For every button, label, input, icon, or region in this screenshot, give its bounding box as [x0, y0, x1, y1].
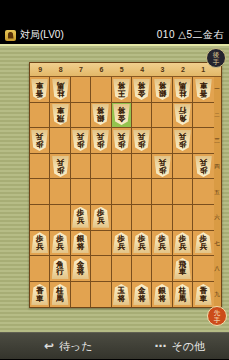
- square-58[interactable]: [112, 256, 132, 282]
- piece-sente-49[interactable]: 金将: [133, 284, 150, 305]
- square-86[interactable]: [50, 205, 70, 231]
- square-43[interactable]: 歩兵: [132, 128, 152, 154]
- square-81[interactable]: 桂馬: [50, 77, 70, 103]
- rank-label-2: 二: [214, 103, 221, 129]
- square-65[interactable]: [91, 179, 111, 205]
- square-36[interactable]: [152, 205, 172, 231]
- square-23[interactable]: 歩兵: [173, 128, 193, 154]
- square-84[interactable]: 歩兵: [50, 154, 70, 180]
- rank-label-3: 三: [214, 128, 221, 154]
- piece-sente-89[interactable]: 桂馬: [52, 284, 69, 305]
- square-17[interactable]: 歩兵: [193, 231, 213, 257]
- square-11[interactable]: 香車: [193, 77, 213, 103]
- piece-sente-88[interactable]: 角行: [52, 258, 69, 279]
- square-39[interactable]: 銀将: [152, 282, 172, 308]
- piece-gote-31[interactable]: 銀将: [154, 79, 171, 100]
- tatami-background: 後手 先手 987654321 香車桂馬王将金将銀将桂馬香車飛車銀将金将角行歩兵…: [0, 44, 229, 332]
- square-24[interactable]: [173, 154, 193, 180]
- piece-gote-63[interactable]: 歩兵: [92, 130, 109, 151]
- undo-button[interactable]: ↩ 待った: [44, 339, 93, 354]
- piece-sente-57[interactable]: 歩兵: [113, 232, 130, 253]
- file-label-3: 3: [152, 63, 172, 76]
- file-label-5: 5: [112, 63, 132, 76]
- square-97[interactable]: 歩兵: [30, 231, 50, 257]
- square-38[interactable]: [152, 256, 172, 282]
- square-79[interactable]: [71, 282, 91, 308]
- square-66[interactable]: 歩兵: [91, 205, 111, 231]
- square-19[interactable]: 香車: [193, 282, 213, 308]
- piece-gote-53[interactable]: 歩兵: [113, 130, 130, 151]
- square-34[interactable]: 歩兵: [152, 154, 172, 180]
- square-55[interactable]: [112, 179, 132, 205]
- square-16[interactable]: [193, 205, 213, 231]
- square-59[interactable]: 玉将: [112, 282, 132, 308]
- square-88[interactable]: 角行: [50, 256, 70, 282]
- square-45[interactable]: [132, 179, 152, 205]
- square-85[interactable]: [50, 179, 70, 205]
- square-54[interactable]: [112, 154, 132, 180]
- rank-label-1: 一: [214, 77, 221, 103]
- piece-sente-78[interactable]: 金将: [72, 258, 89, 279]
- rank-label-6: 六: [214, 205, 221, 231]
- square-37[interactable]: 歩兵: [152, 231, 172, 257]
- square-13[interactable]: [193, 128, 213, 154]
- title-bar: 対局(LV0) 010 △5二金右: [0, 26, 229, 44]
- square-42[interactable]: [132, 103, 152, 129]
- square-35[interactable]: [152, 179, 172, 205]
- square-96[interactable]: [30, 205, 50, 231]
- square-31[interactable]: 銀将: [152, 77, 172, 103]
- square-26[interactable]: [173, 205, 193, 231]
- piece-gote-82[interactable]: 飛車: [52, 104, 69, 125]
- piece-sente-28[interactable]: 飛車: [174, 258, 191, 279]
- square-32[interactable]: [152, 103, 172, 129]
- gote-player-badge: 後手: [206, 48, 226, 68]
- rank-label-5: 五: [214, 179, 221, 205]
- board-grid[interactable]: 香車桂馬王将金将銀将桂馬香車飛車銀将金将角行歩兵歩兵歩兵歩兵歩兵歩兵歩兵歩兵歩兵…: [30, 77, 214, 307]
- square-25[interactable]: [173, 179, 193, 205]
- square-75[interactable]: [71, 179, 91, 205]
- piece-sente-66[interactable]: 歩兵: [92, 207, 109, 228]
- square-98[interactable]: [30, 256, 50, 282]
- bottom-toolbar: ↩ 待った ⋯ その他: [0, 332, 229, 359]
- piece-gote-51[interactable]: 王将: [113, 79, 130, 100]
- square-61[interactable]: [91, 77, 111, 103]
- piece-gote-81[interactable]: 桂馬: [52, 79, 69, 100]
- square-52[interactable]: 金将: [112, 103, 132, 129]
- square-62[interactable]: 銀将: [91, 103, 111, 129]
- piece-sente-17[interactable]: 歩兵: [195, 232, 212, 253]
- piece-gote-84[interactable]: 歩兵: [52, 156, 69, 177]
- square-27[interactable]: 歩兵: [173, 231, 193, 257]
- square-67[interactable]: [91, 231, 111, 257]
- square-29[interactable]: 桂馬: [173, 282, 193, 308]
- square-15[interactable]: [193, 179, 213, 205]
- file-label-4: 4: [132, 63, 152, 76]
- square-53[interactable]: 歩兵: [112, 128, 132, 154]
- square-69[interactable]: [91, 282, 111, 308]
- piece-gote-11[interactable]: 香車: [195, 79, 212, 100]
- square-76[interactable]: 歩兵: [71, 205, 91, 231]
- piece-sente-47[interactable]: 歩兵: [133, 232, 150, 253]
- square-56[interactable]: [112, 205, 132, 231]
- square-99[interactable]: 香車: [30, 282, 50, 308]
- file-label-2: 2: [173, 63, 193, 76]
- square-82[interactable]: 飛車: [50, 103, 70, 129]
- piece-gote-22[interactable]: 角行: [174, 104, 191, 125]
- square-91[interactable]: 香車: [30, 77, 50, 103]
- more-icon: ⋯: [155, 339, 167, 353]
- piece-gote-52[interactable]: 金将: [113, 104, 130, 125]
- square-33[interactable]: [152, 128, 172, 154]
- rank-labels: 一二三四五六七八九: [214, 77, 221, 307]
- piece-sente-59[interactable]: 玉将: [113, 284, 130, 305]
- square-77[interactable]: 銀将: [71, 231, 91, 257]
- square-57[interactable]: 歩兵: [112, 231, 132, 257]
- piece-sente-87[interactable]: 歩兵: [52, 232, 69, 253]
- file-label-9: 9: [30, 63, 50, 76]
- square-73[interactable]: 歩兵: [71, 128, 91, 154]
- square-68[interactable]: [91, 256, 111, 282]
- file-label-6: 6: [91, 63, 111, 76]
- square-87[interactable]: 歩兵: [50, 231, 70, 257]
- square-18[interactable]: [193, 256, 213, 282]
- square-92[interactable]: [30, 103, 50, 129]
- piece-sente-76[interactable]: 歩兵: [72, 207, 89, 228]
- more-options-button[interactable]: ⋯ その他: [155, 339, 206, 354]
- rank-label-9: 九: [214, 282, 221, 308]
- rank-label-7: 七: [214, 231, 221, 257]
- piece-gote-91[interactable]: 香車: [31, 79, 48, 100]
- square-64[interactable]: [91, 154, 111, 180]
- square-89[interactable]: 桂馬: [50, 282, 70, 308]
- shogi-app-screen: 対局(LV0) 010 △5二金右 後手 先手 987654321 香車桂馬王将…: [0, 0, 229, 360]
- rank-label-4: 四: [214, 154, 221, 180]
- square-72[interactable]: [71, 103, 91, 129]
- piece-sente-19[interactable]: 香車: [195, 284, 212, 305]
- square-93[interactable]: 歩兵: [30, 128, 50, 154]
- square-47[interactable]: 歩兵: [132, 231, 152, 257]
- piece-gote-14[interactable]: 歩兵: [195, 156, 212, 177]
- piece-sente-97[interactable]: 歩兵: [31, 232, 48, 253]
- square-21[interactable]: 桂馬: [173, 77, 193, 103]
- piece-gote-93[interactable]: 歩兵: [31, 130, 48, 151]
- piece-gote-34[interactable]: 歩兵: [154, 156, 171, 177]
- app-title: 対局(LV0): [20, 28, 64, 42]
- piece-sente-29[interactable]: 桂馬: [174, 284, 191, 305]
- square-28[interactable]: 飛車: [173, 256, 193, 282]
- file-label-7: 7: [71, 63, 91, 76]
- piece-sente-27[interactable]: 歩兵: [174, 232, 191, 253]
- square-74[interactable]: [71, 154, 91, 180]
- square-14[interactable]: 歩兵: [193, 154, 213, 180]
- undo-icon: ↩: [44, 339, 54, 353]
- piece-gote-21[interactable]: 桂馬: [174, 79, 191, 100]
- move-counter-display: 010 △5二金右: [157, 28, 224, 42]
- more-label: その他: [172, 339, 206, 354]
- app-icon: [5, 30, 16, 41]
- file-label-8: 8: [50, 63, 70, 76]
- square-22[interactable]: 角行: [173, 103, 193, 129]
- square-48[interactable]: [132, 256, 152, 282]
- square-83[interactable]: [50, 128, 70, 154]
- piece-sente-37[interactable]: 歩兵: [154, 232, 171, 253]
- rank-label-8: 八: [214, 256, 221, 282]
- piece-gote-73[interactable]: 歩兵: [72, 130, 89, 151]
- piece-sente-77[interactable]: 銀将: [72, 232, 89, 253]
- square-49[interactable]: 金将: [132, 282, 152, 308]
- square-71[interactable]: [71, 77, 91, 103]
- square-41[interactable]: 金将: [132, 77, 152, 103]
- square-51[interactable]: 王将: [112, 77, 132, 103]
- square-94[interactable]: [30, 154, 50, 180]
- square-95[interactable]: [30, 179, 50, 205]
- shogi-board[interactable]: 987654321 香車桂馬王将金将銀将桂馬香車飛車銀将金将角行歩兵歩兵歩兵歩兵…: [29, 62, 222, 308]
- sente-player-badge: 先手: [207, 306, 227, 326]
- square-12[interactable]: [193, 103, 213, 129]
- piece-gote-62[interactable]: 銀将: [92, 104, 109, 125]
- piece-sente-39[interactable]: 銀将: [154, 284, 171, 305]
- square-78[interactable]: 金将: [71, 256, 91, 282]
- piece-gote-23[interactable]: 歩兵: [174, 130, 191, 151]
- piece-gote-41[interactable]: 金将: [133, 79, 150, 100]
- piece-gote-43[interactable]: 歩兵: [133, 130, 150, 151]
- square-46[interactable]: [132, 205, 152, 231]
- shogi-piece-icon: [8, 32, 14, 39]
- file-labels: 987654321: [30, 63, 221, 77]
- square-44[interactable]: [132, 154, 152, 180]
- undo-label: 待った: [59, 339, 93, 354]
- piece-sente-99[interactable]: 香車: [31, 284, 48, 305]
- square-63[interactable]: 歩兵: [91, 128, 111, 154]
